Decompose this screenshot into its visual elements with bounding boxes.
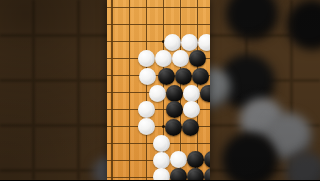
white-stone: ○: [172, 50, 189, 67]
white-stone-glyph: ○: [156, 49, 171, 66]
white-stone: ○: [183, 101, 200, 118]
black-stone: ●: [182, 119, 199, 136]
black-stone: ●: [204, 168, 211, 181]
white-stone-glyph: ○: [139, 49, 154, 66]
white-stone-glyph: ○: [154, 167, 169, 180]
black-stone-glyph: ●: [190, 49, 205, 66]
white-stone: ○: [138, 50, 155, 67]
black-stone-glyph: ●: [205, 167, 210, 180]
black-stone: ●: [189, 50, 206, 67]
black-stone-glyph: ●: [201, 84, 210, 101]
white-stone-glyph: ○: [173, 49, 188, 66]
black-stone-glyph: ●: [188, 167, 203, 180]
white-stone-glyph: ○: [184, 100, 199, 117]
white-stone-glyph: ○: [139, 117, 154, 134]
black-stone-glyph: ●: [171, 167, 186, 180]
black-stone: ●: [170, 168, 187, 181]
black-stone: ●: [200, 85, 211, 102]
black-stone: ●: [187, 168, 204, 181]
go-board: ○○○○○○●○●●●○●○●○●○○●●○○○●●○●●●: [107, 0, 210, 180]
black-stone: ●: [166, 101, 183, 118]
video-frame: ○○○○○○●○●●●○●○●○●○○●●○○○●●○●●●: [0, 0, 320, 180]
black-stone-glyph: ●: [183, 118, 198, 135]
black-stone-glyph: ●: [167, 100, 182, 117]
white-stone: ○: [155, 50, 172, 67]
white-stone: ○: [138, 118, 155, 135]
white-stone: ○: [153, 168, 170, 181]
